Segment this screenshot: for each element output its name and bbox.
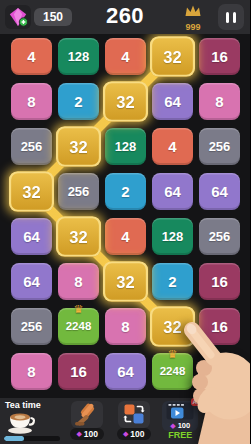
tile-r5c5[interactable]: 256: [199, 218, 240, 255]
pause-button[interactable]: [218, 4, 244, 30]
tile-r2c1[interactable]: 8: [11, 83, 52, 120]
tile-r7c2[interactable]: 2248♛: [58, 308, 99, 345]
tile-r5c4[interactable]: 128: [152, 218, 193, 255]
tile-r8c5: [199, 353, 240, 390]
swap-icon: [118, 401, 150, 428]
hammer-icon: [71, 401, 103, 428]
tile-r7c4[interactable]: 32: [150, 306, 195, 347]
tile-r1c4[interactable]: 32: [150, 36, 195, 77]
video-ad-icon: AD ◆ 100: [162, 401, 198, 431]
piggy-bank-icon: [213, 401, 240, 422]
crown-icon: ♛: [74, 304, 84, 315]
tile-r6c2[interactable]: 8: [58, 263, 99, 300]
booster-piggy-bank[interactable]: 50/2000: [204, 398, 251, 444]
tile-r2c4[interactable]: 64: [152, 83, 193, 120]
crown-icon: ♛: [168, 349, 178, 360]
tile-r2c2[interactable]: 2: [58, 83, 99, 120]
hammer-cost: ◆ 100: [70, 428, 104, 441]
pause-icon: [226, 12, 229, 23]
gem-icon: ◆: [76, 430, 81, 437]
tile-r5c1[interactable]: 64: [11, 218, 52, 255]
ad-badge: AD: [191, 398, 204, 406]
tile-r5c2[interactable]: 32: [56, 216, 101, 257]
tile-r7c3[interactable]: 8: [105, 308, 146, 345]
tile-r6c4[interactable]: 2: [152, 263, 193, 300]
free-label: FREE: [168, 431, 192, 440]
tile-r8c1[interactable]: 8: [11, 353, 52, 390]
tile-r3c4[interactable]: 4: [152, 128, 193, 165]
tile-r6c3[interactable]: 32: [103, 261, 148, 302]
event-progress-bar: [4, 436, 60, 441]
crowns-count: 999: [180, 22, 206, 32]
board: 4128432168232648256321284256322562646464…: [11, 38, 240, 390]
tile-r1c1[interactable]: 4: [11, 38, 52, 75]
tile-r8c2[interactable]: 16: [58, 353, 99, 390]
event-progress-fill: [4, 436, 24, 441]
swap-cost: ◆ 100: [117, 428, 151, 441]
tile-r5c3[interactable]: 4: [105, 218, 146, 255]
video-cost: ◆ 100: [170, 421, 190, 430]
gem-icon: ◆: [123, 430, 128, 437]
event-label: Tea time: [5, 400, 41, 410]
booster-hammer[interactable]: ◆ 100: [64, 398, 111, 444]
booster-swap[interactable]: ◆ 100: [111, 398, 158, 444]
game-screen: 150 260 999 4128432168232648256321284256…: [0, 0, 250, 444]
tile-r4c2[interactable]: 256: [58, 173, 99, 210]
bottom-bar: Tea time ◆: [0, 398, 250, 444]
gem-icon: ◆: [170, 422, 175, 429]
tile-r8c3[interactable]: 64: [105, 353, 146, 390]
top-bar: 150 260 999: [0, 0, 250, 34]
tea-cup-icon: [6, 410, 36, 434]
tile-r4c3[interactable]: 2: [105, 173, 146, 210]
tile-r3c3[interactable]: 128: [105, 128, 146, 165]
tile-r1c5[interactable]: 16: [199, 38, 240, 75]
tile-r2c3[interactable]: 32: [103, 81, 148, 122]
tile-r3c2[interactable]: 32: [56, 126, 101, 167]
tile-r1c3[interactable]: 4: [105, 38, 146, 75]
tile-r2c5[interactable]: 8: [199, 83, 240, 120]
tile-r8c4[interactable]: 2248♛: [152, 353, 193, 390]
tile-r1c2[interactable]: 128: [58, 38, 99, 75]
tile-r6c5[interactable]: 16: [199, 263, 240, 300]
tile-r7c5[interactable]: 16: [199, 308, 240, 345]
tile-r4c4[interactable]: 64: [152, 173, 193, 210]
tile-r3c1[interactable]: 256: [11, 128, 52, 165]
booster-video-free[interactable]: AD ◆ 100 FREE: [157, 398, 204, 444]
crown-icon: [184, 4, 202, 17]
tile-r6c1[interactable]: 64: [11, 263, 52, 300]
tile-r4c5[interactable]: 64: [199, 173, 240, 210]
tile-r4c1[interactable]: 32: [9, 171, 54, 212]
score: 260: [0, 3, 250, 29]
piggy-amount: 50/2000: [205, 428, 248, 441]
crowns-counter: 999: [180, 3, 206, 32]
event-tea-time[interactable]: Tea time: [0, 398, 64, 444]
tile-r3c5[interactable]: 256: [199, 128, 240, 165]
tile-r7c1[interactable]: 256: [11, 308, 52, 345]
